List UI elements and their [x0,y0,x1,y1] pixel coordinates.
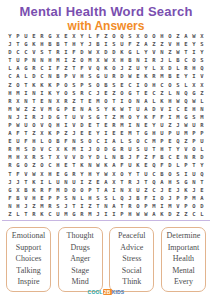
grid-cell[interactable]: U [14,137,22,145]
grid-cell[interactable]: Z [86,178,94,186]
grid-cell[interactable]: L [86,32,94,40]
grid-cell[interactable]: E [134,72,142,80]
grid-cell[interactable]: G [126,48,134,56]
grid-cell[interactable]: C [46,145,54,153]
grid-cell[interactable]: C [190,210,198,218]
grid-cell[interactable]: S [102,194,110,202]
grid-cell[interactable]: X [54,153,62,161]
grid-cell[interactable]: O [118,89,126,97]
grid-cell[interactable]: S [86,72,94,80]
grid-cell[interactable]: N [6,113,14,121]
grid-cell[interactable]: V [62,153,70,161]
grid-cell[interactable]: L [118,137,126,145]
grid-cell[interactable]: W [134,210,142,218]
grid-cell[interactable]: I [78,178,86,186]
grid-cell[interactable]: O [190,56,198,64]
grid-cell[interactable]: I [102,210,110,218]
grid-cell[interactable]: B [54,72,62,80]
grid-cell[interactable]: P [190,137,198,145]
grid-cell[interactable]: X [94,48,102,56]
grid-cell[interactable]: I [38,178,46,186]
grid-cell[interactable]: V [38,105,46,113]
grid-cell[interactable]: L [38,137,46,145]
grid-cell[interactable]: B [14,194,22,202]
grid-cell[interactable]: N [46,97,54,105]
grid-cell[interactable]: X [198,81,206,89]
grid-cell[interactable]: X [54,32,62,40]
grid-cell[interactable]: P [6,121,14,129]
grid-cell[interactable]: U [134,186,142,194]
grid-cell[interactable]: Z [142,186,150,194]
grid-cell[interactable]: K [102,161,110,169]
grid-cell[interactable]: H [6,89,14,97]
grid-cell[interactable]: O [190,202,198,210]
grid-cell[interactable]: E [102,89,110,97]
grid-cell[interactable]: P [182,194,190,202]
grid-cell[interactable]: T [190,161,198,169]
grid-cell[interactable]: F [6,194,14,202]
grid-cell[interactable]: O [190,145,198,153]
grid-cell[interactable]: R [150,56,158,64]
grid-cell[interactable]: K [30,81,38,89]
grid-cell[interactable]: T [70,202,78,210]
grid-cell[interactable]: R [198,121,206,129]
grid-cell[interactable]: O [110,64,118,72]
grid-cell[interactable]: G [22,64,30,72]
grid-cell[interactable]: O [166,169,174,177]
grid-cell[interactable]: Z [6,81,14,89]
grid-cell[interactable]: L [78,194,86,202]
grid-cell[interactable]: M [166,202,174,210]
grid-cell[interactable]: Y [94,129,102,137]
grid-cell[interactable]: M [158,72,166,80]
grid-cell[interactable]: R [54,48,62,56]
grid-cell[interactable]: W [14,121,22,129]
grid-cell[interactable]: X [94,56,102,64]
grid-cell[interactable]: E [198,186,206,194]
grid-cell[interactable]: I [110,186,118,194]
grid-cell[interactable]: X [190,81,198,89]
grid-cell[interactable]: A [110,202,118,210]
grid-cell[interactable]: Q [150,161,158,169]
grid-cell[interactable]: R [126,178,134,186]
grid-cell[interactable]: O [62,89,70,97]
grid-cell[interactable]: F [70,48,78,56]
grid-cell[interactable]: E [182,40,190,48]
grid-cell[interactable]: K [158,97,166,105]
grid-cell[interactable]: Q [118,194,126,202]
grid-cell[interactable]: H [158,145,166,153]
grid-cell[interactable]: N [70,194,78,202]
grid-cell[interactable]: D [198,153,206,161]
grid-cell[interactable]: H [86,194,94,202]
grid-cell[interactable]: Z [198,89,206,97]
grid-cell[interactable]: O [30,121,38,129]
grid-cell[interactable]: G [182,178,190,186]
grid-cell[interactable]: K [30,186,38,194]
grid-cell[interactable]: P [62,105,70,113]
grid-cell[interactable]: K [118,48,126,56]
grid-cell[interactable]: B [46,40,54,48]
grid-cell[interactable]: W [14,105,22,113]
grid-cell[interactable]: L [174,64,182,72]
grid-cell[interactable]: R [6,145,14,153]
grid-cell[interactable]: Q [94,64,102,72]
grid-cell[interactable]: R [70,169,78,177]
grid-cell[interactable]: X [38,169,46,177]
grid-cell[interactable]: O [78,56,86,64]
grid-cell[interactable]: V [86,64,94,72]
grid-cell[interactable]: I [134,81,142,89]
grid-cell[interactable]: E [86,121,94,129]
grid-cell[interactable]: Z [158,40,166,48]
grid-cell[interactable]: U [198,137,206,145]
grid-cell[interactable]: D [78,121,86,129]
grid-cell[interactable]: C [14,48,22,56]
grid-cell[interactable]: P [22,56,30,64]
grid-cell[interactable]: W [190,32,198,40]
grid-cell[interactable]: Z [134,40,142,48]
grid-cell[interactable]: P [182,202,190,210]
grid-cell[interactable]: M [150,202,158,210]
grid-cell[interactable]: B [174,56,182,64]
grid-cell[interactable]: E [94,178,102,186]
grid-cell[interactable]: I [182,169,190,177]
grid-cell[interactable]: H [126,210,134,218]
grid-cell[interactable]: F [158,113,166,121]
grid-cell[interactable]: V [22,169,30,177]
grid-cell[interactable]: B [102,81,110,89]
grid-cell[interactable]: Y [6,32,14,40]
grid-cell[interactable]: N [134,56,142,64]
grid-cell[interactable]: C [126,81,134,89]
grid-cell[interactable]: A [158,178,166,186]
grid-cell[interactable]: C [46,161,54,169]
grid-cell[interactable]: E [166,137,174,145]
grid-cell[interactable]: A [86,105,94,113]
grid-cell[interactable]: B [126,56,134,64]
grid-cell[interactable]: I [102,40,110,48]
grid-cell[interactable]: D [166,210,174,218]
grid-cell[interactable]: N [174,89,182,97]
grid-cell[interactable]: G [182,113,190,121]
grid-cell[interactable]: N [70,137,78,145]
grid-cell[interactable]: J [86,145,94,153]
grid-cell[interactable]: E [86,129,94,137]
grid-cell[interactable]: D [30,72,38,80]
grid-cell[interactable]: V [158,105,166,113]
grid-cell[interactable]: Z [22,105,30,113]
grid-cell[interactable]: U [14,56,22,64]
grid-cell[interactable]: O [134,137,142,145]
grid-cell[interactable]: J [134,178,142,186]
grid-cell[interactable]: T [94,186,102,194]
grid-cell[interactable]: J [174,186,182,194]
grid-cell[interactable]: F [54,64,62,72]
grid-cell[interactable]: J [6,178,14,186]
grid-cell[interactable]: S [126,32,134,40]
grid-cell[interactable]: K [46,81,54,89]
grid-cell[interactable]: D [118,72,126,80]
grid-cell[interactable]: R [118,145,126,153]
grid-cell[interactable]: D [166,64,174,72]
grid-cell[interactable]: V [174,202,182,210]
grid-cell[interactable]: C [158,81,166,89]
grid-cell[interactable]: L [134,48,142,56]
grid-cell[interactable]: K [158,210,166,218]
grid-cell[interactable]: Z [174,32,182,40]
grid-cell[interactable]: A [14,64,22,72]
grid-cell[interactable]: K [110,105,118,113]
grid-cell[interactable]: Y [190,40,198,48]
grid-cell[interactable]: Q [198,64,206,72]
grid-cell[interactable]: C [150,186,158,194]
grid-cell[interactable]: M [86,210,94,218]
grid-cell[interactable]: I [158,202,166,210]
grid-cell[interactable]: X [22,153,30,161]
grid-cell[interactable]: D [78,153,86,161]
grid-cell[interactable]: O [166,81,174,89]
grid-cell[interactable]: D [102,48,110,56]
grid-cell[interactable]: Z [110,89,118,97]
grid-cell[interactable]: R [46,202,54,210]
grid-cell[interactable]: N [6,202,14,210]
grid-cell[interactable]: R [30,210,38,218]
grid-cell[interactable]: S [70,89,78,97]
grid-cell[interactable]: L [6,64,14,72]
grid-cell[interactable]: O [102,97,110,105]
grid-cell[interactable]: P [174,194,182,202]
grid-cell[interactable]: C [38,72,46,80]
grid-cell[interactable]: Z [158,89,166,97]
grid-cell[interactable]: A [142,105,150,113]
grid-cell[interactable]: I [78,145,86,153]
grid-cell[interactable]: F [150,153,158,161]
grid-cell[interactable]: Z [142,153,150,161]
grid-cell[interactable]: H [166,97,174,105]
grid-cell[interactable]: T [46,153,54,161]
grid-cell[interactable]: Y [94,169,102,177]
grid-cell[interactable]: F [134,153,142,161]
grid-cell[interactable]: Z [110,113,118,121]
grid-cell[interactable]: J [190,186,198,194]
grid-cell[interactable]: F [22,137,30,145]
grid-cell[interactable]: Y [86,153,94,161]
grid-cell[interactable]: M [86,56,94,64]
grid-cell[interactable]: V [30,48,38,56]
grid-cell[interactable]: R [150,72,158,80]
grid-cell[interactable]: E [174,153,182,161]
grid-cell[interactable]: T [78,97,86,105]
grid-cell[interactable]: S [190,113,198,121]
grid-cell[interactable]: T [70,64,78,72]
grid-cell[interactable]: U [70,113,78,121]
grid-cell[interactable]: S [54,202,62,210]
grid-cell[interactable]: O [22,161,30,169]
grid-cell[interactable]: V [150,48,158,56]
grid-cell[interactable]: P [14,32,22,40]
grid-cell[interactable]: I [62,121,70,129]
grid-cell[interactable]: X [158,64,166,72]
grid-cell[interactable]: O [94,145,102,153]
grid-cell[interactable]: H [14,153,22,161]
grid-cell[interactable]: E [110,129,118,137]
grid-cell[interactable]: E [38,194,46,202]
grid-cell[interactable]: M [46,105,54,113]
grid-cell[interactable]: O [158,194,166,202]
grid-cell[interactable]: B [118,153,126,161]
grid-cell[interactable]: W [118,105,126,113]
grid-cell[interactable]: S [94,194,102,202]
grid-cell[interactable]: K [142,72,150,80]
grid-cell[interactable]: H [150,129,158,137]
grid-cell[interactable]: K [102,64,110,72]
grid-cell[interactable]: O [142,32,150,40]
grid-cell[interactable]: S [134,145,142,153]
grid-cell[interactable]: L [14,210,22,218]
grid-cell[interactable]: I [102,129,110,137]
grid-cell[interactable]: G [142,129,150,137]
grid-cell[interactable]: A [142,97,150,105]
grid-cell[interactable]: Q [182,97,190,105]
grid-cell[interactable]: G [6,186,14,194]
grid-cell[interactable]: P [62,72,70,80]
grid-cell[interactable]: J [166,194,174,202]
grid-cell[interactable]: L [46,178,54,186]
grid-cell[interactable]: S [126,137,134,145]
grid-cell[interactable]: T [118,178,126,186]
grid-cell[interactable]: T [142,178,150,186]
grid-cell[interactable]: Y [198,161,206,169]
grid-cell[interactable]: N [134,121,142,129]
grid-cell[interactable]: I [110,210,118,218]
grid-cell[interactable]: O [118,169,126,177]
grid-cell[interactable]: J [118,64,126,72]
grid-cell[interactable]: L [150,97,158,105]
grid-cell[interactable]: G [94,113,102,121]
grid-cell[interactable]: T [22,81,30,89]
grid-cell[interactable]: H [38,40,46,48]
grid-cell[interactable]: O [134,202,142,210]
grid-cell[interactable]: B [158,153,166,161]
grid-cell[interactable]: U [174,129,182,137]
grid-cell[interactable]: S [198,40,206,48]
grid-cell[interactable]: R [6,97,14,105]
grid-cell[interactable]: N [30,56,38,64]
grid-cell[interactable]: W [174,97,182,105]
grid-cell[interactable]: Q [174,137,182,145]
grid-cell[interactable]: B [166,72,174,80]
grid-cell[interactable]: N [110,153,118,161]
grid-cell[interactable]: S [110,81,118,89]
grid-cell[interactable]: D [150,105,158,113]
grid-cell[interactable]: M [38,202,46,210]
grid-cell[interactable]: G [46,32,54,40]
grid-cell[interactable]: U [54,178,62,186]
grid-cell[interactable]: M [118,113,126,121]
grid-cell[interactable]: D [6,48,14,56]
grid-cell[interactable]: K [38,81,46,89]
grid-cell[interactable]: Z [70,97,78,105]
grid-cell[interactable]: E [174,72,182,80]
grid-cell[interactable]: N [190,178,198,186]
grid-cell[interactable]: U [142,145,150,153]
grid-cell[interactable]: E [30,32,38,40]
grid-cell[interactable]: T [70,161,78,169]
grid-cell[interactable]: Y [198,48,206,56]
grid-cell[interactable]: D [110,48,118,56]
grid-cell[interactable]: J [38,113,46,121]
grid-cell[interactable]: M [6,153,14,161]
grid-cell[interactable]: U [70,178,78,186]
grid-cell[interactable]: S [86,113,94,121]
grid-cell[interactable]: G [22,40,30,48]
grid-cell[interactable]: M [150,137,158,145]
grid-cell[interactable]: A [198,194,206,202]
grid-cell[interactable]: W [102,169,110,177]
grid-cell[interactable]: M [14,145,22,153]
grid-cell[interactable]: U [22,32,30,40]
grid-cell[interactable]: V [198,72,206,80]
grid-cell[interactable]: T [134,89,142,97]
grid-cell[interactable]: T [110,97,118,105]
grid-cell[interactable]: S [86,81,94,89]
grid-cell[interactable]: I [62,56,70,64]
grid-cell[interactable]: V [70,121,78,129]
grid-cell[interactable]: S [70,81,78,89]
grid-cell[interactable]: U [126,161,134,169]
grid-cell[interactable]: Z [30,202,38,210]
grid-cell[interactable]: M [198,113,206,121]
grid-cell[interactable]: V [182,145,190,153]
grid-cell[interactable]: J [22,202,30,210]
grid-cell[interactable]: E [62,32,70,40]
grid-cell[interactable]: W [126,72,134,80]
grid-cell[interactable]: V [38,121,46,129]
grid-cell[interactable]: T [62,40,70,48]
grid-cell[interactable]: D [94,153,102,161]
grid-cell[interactable]: O [70,186,78,194]
grid-cell[interactable]: P [118,210,126,218]
grid-cell[interactable]: C [150,89,158,97]
grid-cell[interactable]: U [126,145,134,153]
grid-cell[interactable]: Y [174,145,182,153]
grid-cell[interactable]: T [118,202,126,210]
grid-cell[interactable]: P [86,186,94,194]
grid-cell[interactable]: W [94,161,102,169]
grid-cell[interactable]: Z [102,32,110,40]
grid-cell[interactable]: X [110,169,118,177]
grid-cell[interactable]: I [22,113,30,121]
grid-cell[interactable]: B [54,137,62,145]
grid-cell[interactable]: T [134,129,142,137]
grid-cell[interactable]: S [38,48,46,56]
grid-cell[interactable]: N [38,56,46,64]
grid-cell[interactable]: L [102,153,110,161]
grid-cell[interactable]: O [94,81,102,89]
grid-cell[interactable]: C [22,48,30,56]
grid-cell[interactable]: Y [78,169,86,177]
grid-cell[interactable]: K [134,161,142,169]
grid-cell[interactable]: X [14,97,22,105]
grid-cell[interactable]: R [78,210,86,218]
grid-cell[interactable]: X [126,186,134,194]
grid-cell[interactable]: P [198,129,206,137]
grid-cell[interactable]: M [126,129,134,137]
grid-cell[interactable]: H [166,178,174,186]
grid-cell[interactable]: X [38,129,46,137]
grid-cell[interactable]: J [126,194,134,202]
